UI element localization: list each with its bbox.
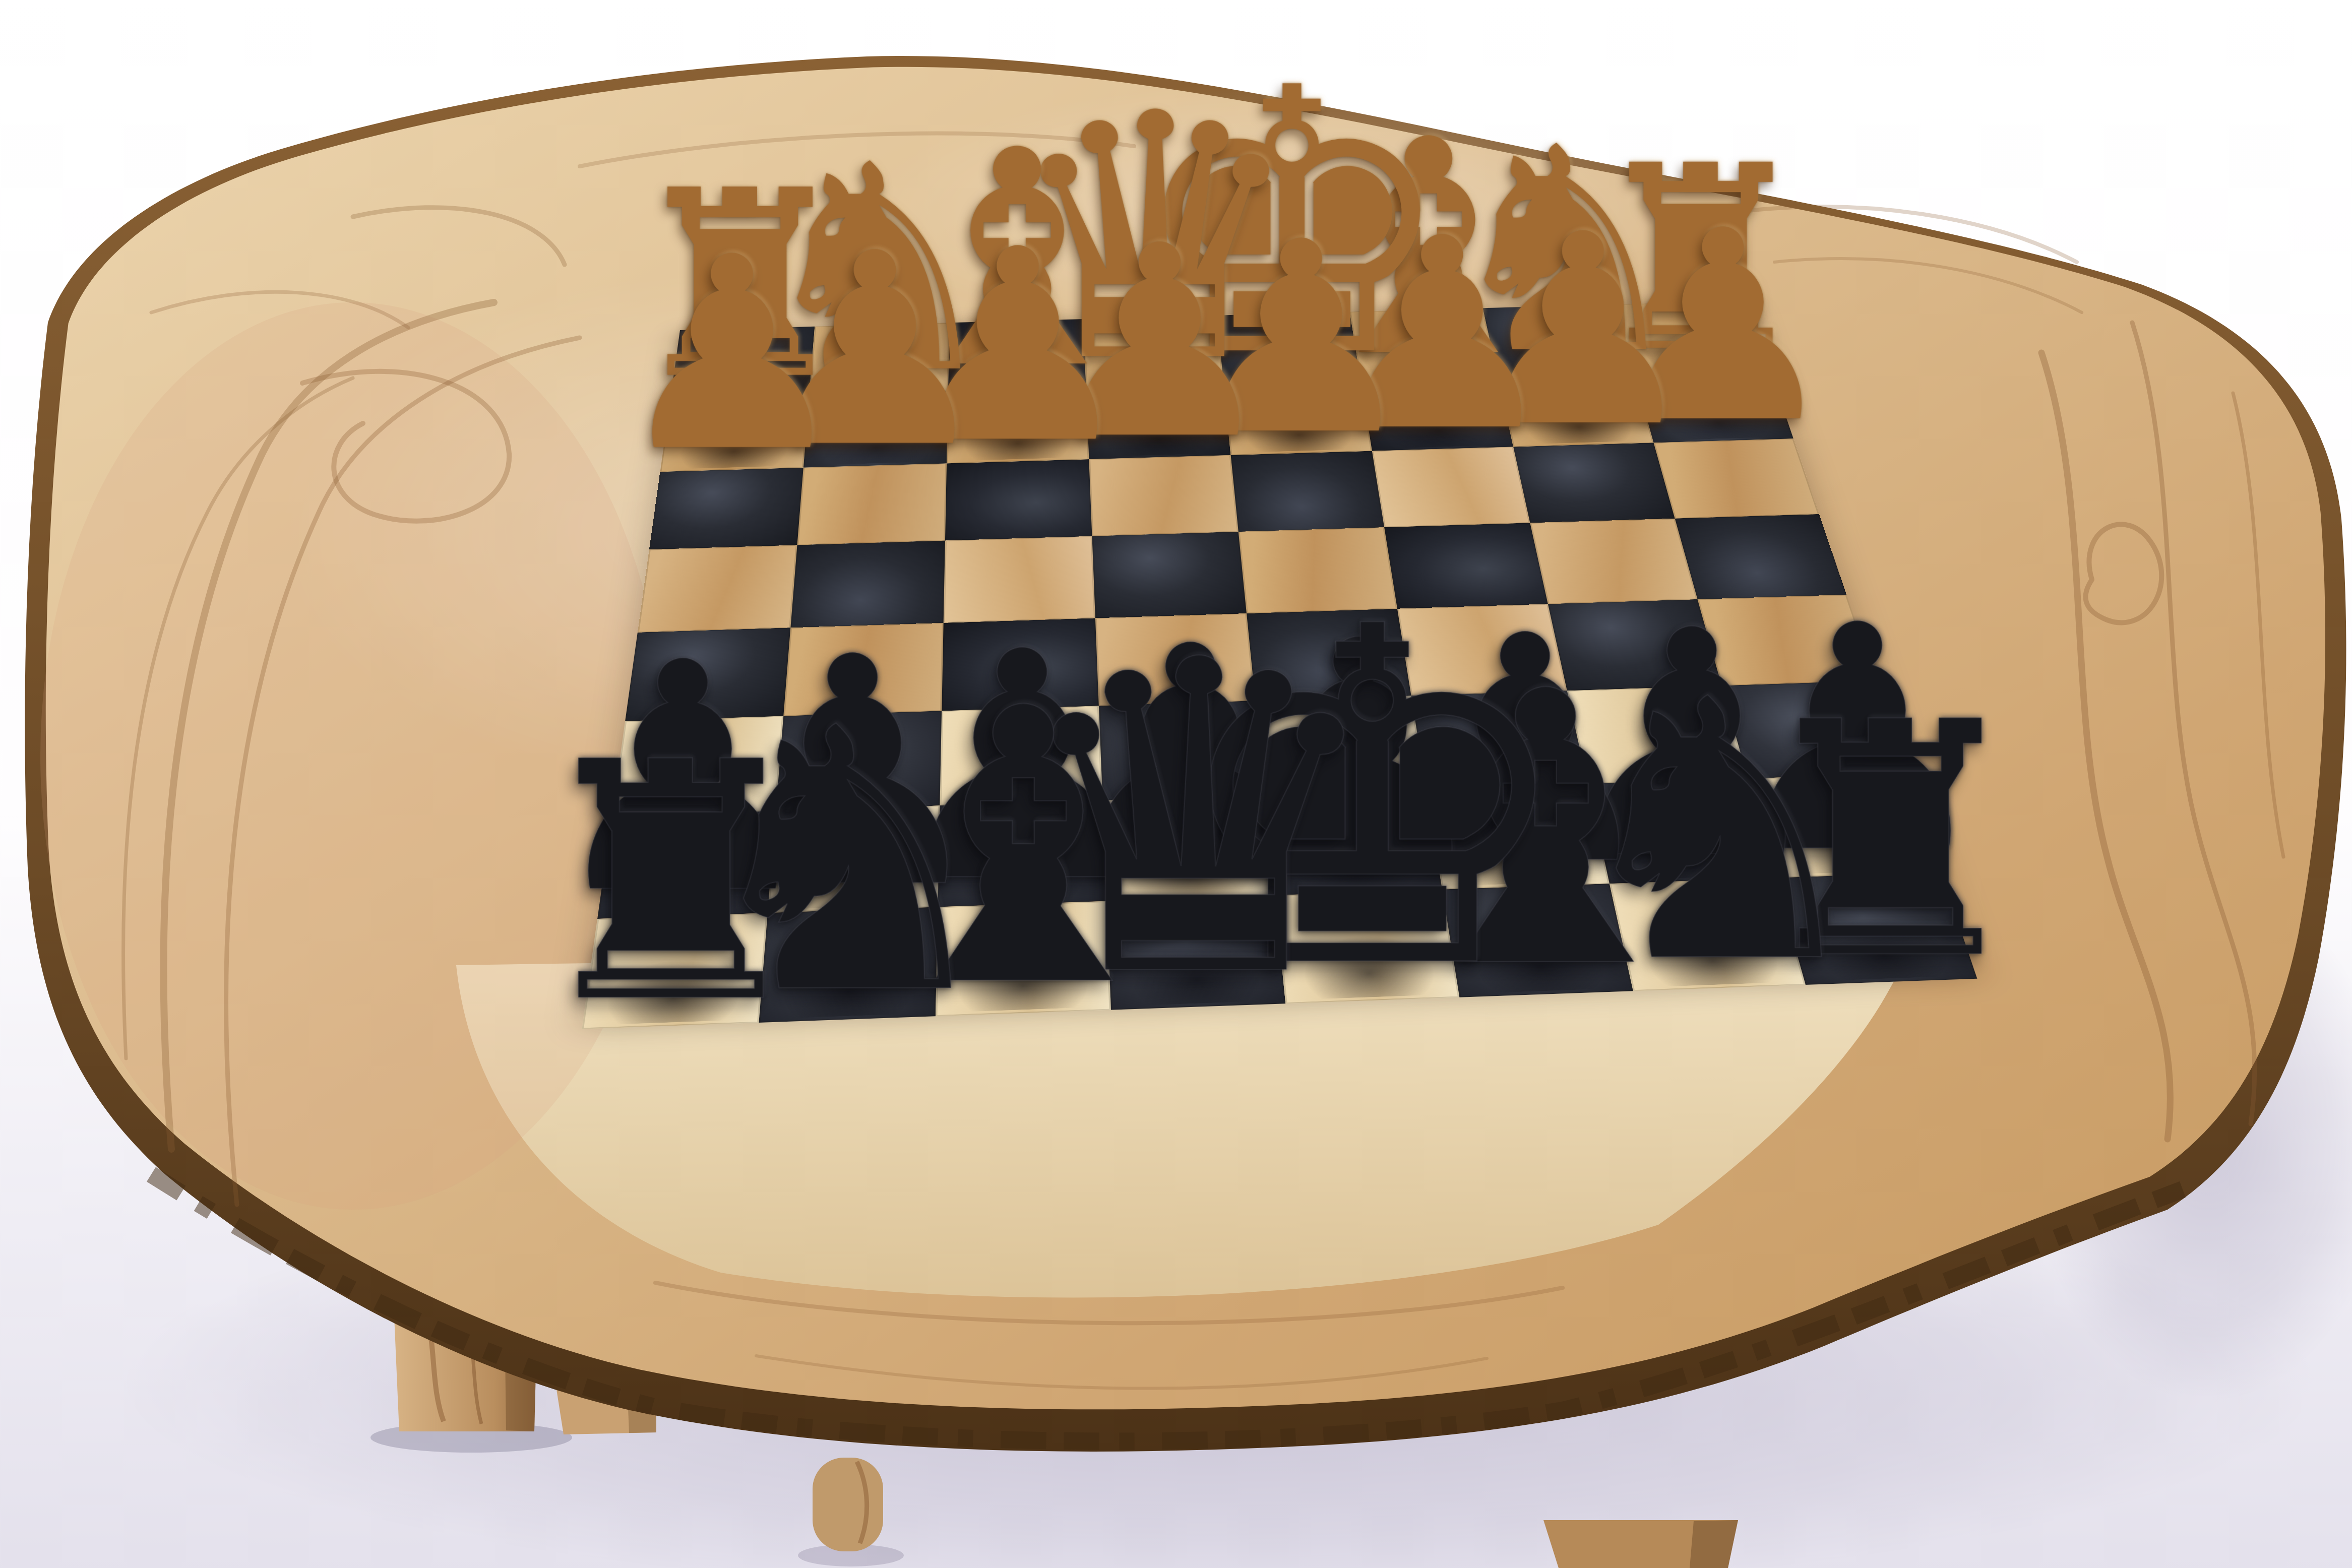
- leg-peg: [813, 1458, 883, 1551]
- scene: ♜♞♝♛♚♝♞♜♟♟♟♟♟♟♟♟♟♟♟♟♟♟♟♟♜♞♝♛♚♝♞♜: [0, 0, 2352, 1568]
- square-f3[interactable]: [1372, 447, 1530, 527]
- square-c3[interactable]: [945, 459, 1092, 540]
- square-d3[interactable]: [1089, 455, 1239, 536]
- square-a3[interactable]: [649, 468, 803, 550]
- square-a2[interactable]: ♟: [660, 395, 810, 472]
- white-pawn[interactable]: ♟: [613, 241, 851, 467]
- chessboard: ♜♞♝♛♚♝♞♜♟♟♟♟♟♟♟♟♟♟♟♟♟♟♟♟♜♞♝♛♚♝♞♜: [582, 301, 1977, 1029]
- black-rook[interactable]: ♜: [524, 744, 818, 1023]
- square-h3[interactable]: [1653, 438, 1819, 519]
- square-e3[interactable]: [1231, 451, 1385, 532]
- square-g3[interactable]: [1513, 443, 1675, 523]
- square-b3[interactable]: [797, 463, 947, 545]
- square-a8[interactable]: ♜: [582, 913, 768, 1029]
